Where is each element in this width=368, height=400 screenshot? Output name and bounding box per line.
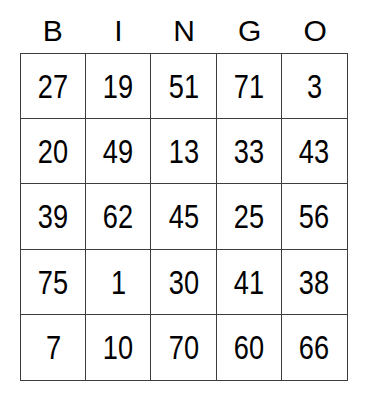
header-letter-b: B <box>20 16 86 53</box>
cell-value: 60 <box>234 330 264 364</box>
cell-value: 51 <box>168 69 198 103</box>
bingo-board: 27 19 51 71 3 20 49 13 33 43 39 62 45 25… <box>20 53 348 381</box>
cell-r1c4[interactable]: 71 <box>217 54 282 119</box>
cell-value: 7 <box>46 330 61 364</box>
cell-r5c2[interactable]: 10 <box>86 315 151 380</box>
cell-r5c3[interactable]: 70 <box>151 315 216 380</box>
cell-value: 10 <box>103 330 133 364</box>
cell-value: 38 <box>299 265 329 299</box>
cell-value: 45 <box>168 199 198 233</box>
cell-r3c3[interactable]: 45 <box>151 184 216 249</box>
cell-value: 33 <box>234 134 264 168</box>
cell-value: 66 <box>299 330 329 364</box>
cell-value: 13 <box>168 134 198 168</box>
cell-r5c1[interactable]: 7 <box>21 315 86 380</box>
header-letter-o: O <box>282 16 348 53</box>
cell-r4c3[interactable]: 30 <box>151 250 216 315</box>
cell-value: 70 <box>168 330 198 364</box>
cell-r4c1[interactable]: 75 <box>21 250 86 315</box>
cell-value: 3 <box>307 69 322 103</box>
cell-value: 30 <box>168 265 198 299</box>
cell-value: 75 <box>38 265 68 299</box>
cell-r4c4[interactable]: 41 <box>217 250 282 315</box>
cell-r3c1[interactable]: 39 <box>21 184 86 249</box>
cell-value: 39 <box>38 199 68 233</box>
header-letter-g: G <box>217 16 283 53</box>
cell-value: 1 <box>111 265 126 299</box>
cell-r2c4[interactable]: 33 <box>217 119 282 184</box>
cell-value: 49 <box>103 134 133 168</box>
cell-value: 19 <box>103 69 133 103</box>
cell-value: 71 <box>234 69 264 103</box>
cell-value: 20 <box>38 134 68 168</box>
cell-value: 25 <box>234 199 264 233</box>
cell-value: 43 <box>299 134 329 168</box>
cell-r4c2[interactable]: 1 <box>86 250 151 315</box>
cell-r1c1[interactable]: 27 <box>21 54 86 119</box>
cell-r3c2[interactable]: 62 <box>86 184 151 249</box>
bingo-header: B I N G O <box>20 0 348 53</box>
header-letter-i: I <box>86 16 152 53</box>
cell-r5c5[interactable]: 66 <box>282 315 347 380</box>
cell-r1c2[interactable]: 19 <box>86 54 151 119</box>
cell-value: 41 <box>234 265 264 299</box>
cell-value: 62 <box>103 199 133 233</box>
cell-value: 56 <box>299 199 329 233</box>
cell-r5c4[interactable]: 60 <box>217 315 282 380</box>
bingo-card: B I N G O 27 19 51 71 3 20 49 13 33 43 3… <box>20 0 348 381</box>
cell-r2c3[interactable]: 13 <box>151 119 216 184</box>
cell-r1c3[interactable]: 51 <box>151 54 216 119</box>
cell-r3c5[interactable]: 56 <box>282 184 347 249</box>
cell-r1c5[interactable]: 3 <box>282 54 347 119</box>
cell-r3c4[interactable]: 25 <box>217 184 282 249</box>
cell-r4c5[interactable]: 38 <box>282 250 347 315</box>
cell-r2c2[interactable]: 49 <box>86 119 151 184</box>
header-letter-n: N <box>151 16 217 53</box>
cell-r2c5[interactable]: 43 <box>282 119 347 184</box>
cell-r2c1[interactable]: 20 <box>21 119 86 184</box>
cell-value: 27 <box>38 69 68 103</box>
